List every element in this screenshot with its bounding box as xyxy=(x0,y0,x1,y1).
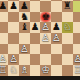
square-g3[interactable] xyxy=(62,44,73,55)
square-d3[interactable] xyxy=(30,44,41,55)
square-h7[interactable] xyxy=(73,1,80,12)
square-b6[interactable] xyxy=(8,12,19,23)
white-king[interactable]: ♔ xyxy=(41,65,50,76)
square-e1[interactable]: ♔ xyxy=(40,65,51,76)
square-b5[interactable] xyxy=(8,22,19,33)
square-h5[interactable] xyxy=(73,22,80,33)
square-d5[interactable]: ♟ xyxy=(30,22,41,33)
white-bishop[interactable]: ♗ xyxy=(20,65,29,76)
square-e3[interactable] xyxy=(40,44,51,55)
square-d2[interactable] xyxy=(30,54,41,65)
square-h6[interactable] xyxy=(73,12,80,23)
white-rook[interactable]: ♖ xyxy=(73,65,80,76)
white-pawn[interactable]: ♙ xyxy=(41,33,50,44)
black-pawn[interactable]: ♟ xyxy=(31,22,40,33)
square-a5[interactable] xyxy=(0,22,8,33)
square-a6[interactable] xyxy=(0,12,8,23)
square-f2[interactable] xyxy=(51,54,62,65)
square-h4[interactable] xyxy=(73,33,80,44)
square-b1[interactable]: ♘ xyxy=(8,65,19,76)
white-knight[interactable]: ♘ xyxy=(9,65,18,76)
square-g2[interactable] xyxy=(62,54,73,65)
square-b4[interactable] xyxy=(8,33,19,44)
square-a7[interactable]: ♟ xyxy=(0,1,8,12)
chess-board: ♟♟♟♜♞♚♝♟♙♟♘♙♙♙♙♙♙♖♘♗♔♖ xyxy=(0,0,80,76)
square-f7[interactable] xyxy=(51,1,62,12)
white-pawn[interactable]: ♙ xyxy=(20,43,29,54)
square-c5[interactable]: ♝ xyxy=(19,22,30,33)
square-g5[interactable]: ♘ xyxy=(62,22,73,33)
black-rook[interactable]: ♜ xyxy=(63,1,72,12)
square-b7[interactable]: ♟ xyxy=(8,1,19,12)
square-d1[interactable] xyxy=(30,65,41,76)
square-f4[interactable]: ♙ xyxy=(51,33,62,44)
board-viewport: ♟♟♟♜♞♚♝♟♙♟♘♙♙♙♙♙♙♖♘♗♔♖ xyxy=(0,0,80,80)
white-pawn[interactable]: ♙ xyxy=(52,33,61,44)
square-d4[interactable] xyxy=(30,33,41,44)
square-c3[interactable]: ♙ xyxy=(19,44,30,55)
black-pawn[interactable]: ♟ xyxy=(0,1,8,12)
white-knight[interactable]: ♘ xyxy=(63,22,72,33)
white-rook[interactable]: ♖ xyxy=(0,65,8,76)
square-g4[interactable] xyxy=(62,33,73,44)
square-g7[interactable]: ♜ xyxy=(62,1,73,12)
square-e4[interactable]: ♙ xyxy=(40,33,51,44)
square-f1[interactable] xyxy=(51,65,62,76)
square-f3[interactable] xyxy=(51,44,62,55)
square-g1[interactable] xyxy=(62,65,73,76)
square-a1[interactable]: ♖ xyxy=(0,65,8,76)
black-bishop[interactable]: ♝ xyxy=(20,22,29,33)
black-pawn[interactable]: ♟ xyxy=(9,1,18,12)
square-h1[interactable]: ♖ xyxy=(73,65,80,76)
square-c1[interactable]: ♗ xyxy=(19,65,30,76)
square-a4[interactable] xyxy=(0,33,8,44)
page-background-strip xyxy=(0,76,80,80)
square-d7[interactable] xyxy=(30,1,41,12)
